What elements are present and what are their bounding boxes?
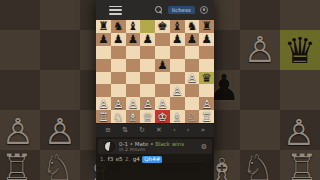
analysis-icon[interactable]: ↻ [139,124,145,137]
bg-piece-P: ♙ [244,32,276,68]
square-f1[interactable]: ♗ [170,110,185,123]
black-piece-n[interactable]: ♞ [113,20,123,32]
square-h7[interactable]: ♟ [199,33,214,46]
black-piece-r[interactable]: ♜ [98,20,108,32]
square-f4[interactable] [170,72,185,85]
square-f3[interactable]: ♙ [170,84,185,97]
gear-icon[interactable]: ⚙ [201,143,207,151]
square-c5[interactable] [126,59,141,72]
bg-square [0,0,40,30]
bg-piece-P: ♙ [2,114,34,150]
white-piece-K[interactable]: ♔ [157,111,167,123]
search-icon[interactable] [155,6,163,14]
square-a3[interactable] [96,84,111,97]
chess-board: ♜♞♝♚♝♞♜♟♟♟♟♟♟♟♟♙♛♙♙♙♙♙♙♙♖♘♗♕♔♗♘♖ [96,20,214,123]
square-g1[interactable]: ♘ [185,110,200,123]
black-piece-p[interactable]: ♟ [201,33,211,45]
app-badge[interactable]: lichess [168,6,195,14]
square-h5[interactable] [199,59,214,72]
square-b5[interactable] [111,59,126,72]
black-piece-p[interactable]: ♟ [187,33,197,45]
result-detail: in 2 moves [119,147,201,153]
square-e8[interactable]: ♚ [155,20,170,33]
app-top-bar: lichess [96,0,214,20]
square-c1[interactable]: ♗ [126,110,141,123]
white-piece-P[interactable]: ♙ [201,98,211,110]
square-g7[interactable]: ♟ [185,33,200,46]
app-lower-shadow [96,163,214,180]
white-piece-P[interactable]: ♙ [113,98,123,110]
square-g5[interactable] [185,59,200,72]
square-h8[interactable]: ♜ [199,20,214,33]
square-b4[interactable] [111,72,126,85]
square-e3[interactable] [155,84,170,97]
black-piece-b[interactable]: ♝ [128,20,138,32]
square-a7[interactable]: ♟ [96,33,111,46]
bg-square [240,0,280,30]
square-b6[interactable] [111,46,126,59]
square-a1[interactable]: ♖ [96,110,111,123]
white-piece-B[interactable]: ♗ [128,111,138,123]
close-icon[interactable]: ✕ [156,124,162,137]
square-h1[interactable]: ♖ [199,110,214,123]
square-b2[interactable]: ♙ [111,97,126,110]
square-e1[interactable]: ♔ [155,110,170,123]
flip-board-icon[interactable]: ⇅ [122,124,128,137]
chess-app-window: lichess ♜♞♝♚♝♞♜♟♟♟♟♟♟♟♟♙♛♙♙♙♙♙♙♙♖♘♗♕♔♗♘♖… [96,0,214,163]
white-piece-B[interactable]: ♗ [172,111,182,123]
white-piece-P[interactable]: ♙ [128,98,138,110]
square-a2[interactable]: ♙ [96,97,111,110]
square-e4[interactable] [155,72,170,85]
bg-square [240,70,280,110]
square-f2[interactable] [170,97,185,110]
white-piece-P[interactable]: ♙ [157,98,167,110]
square-e6[interactable] [155,46,170,59]
square-h6[interactable] [199,46,214,59]
white-piece-P[interactable]: ♙ [172,85,182,97]
square-g3[interactable] [185,84,200,97]
square-d4[interactable] [140,72,155,85]
bg-square [40,0,80,30]
square-c7[interactable]: ♟ [126,33,141,46]
bg-piece-R: ♖ [286,150,318,180]
bg-piece-P: ♙ [44,114,76,150]
move-current[interactable]: Qh4# [142,156,162,163]
square-b1[interactable]: ♘ [111,110,126,123]
white-piece-P[interactable]: ♙ [98,98,108,110]
square-b8[interactable]: ♞ [111,20,126,33]
nav-forward-icon[interactable]: › [187,124,190,137]
bg-piece-q: ♛ [284,33,316,69]
square-b7[interactable]: ♟ [111,33,126,46]
square-c4[interactable] [126,72,141,85]
white-piece-R[interactable]: ♖ [98,111,108,123]
result-panel: 0-1 • Mate • Black wins in 2 moves ⚙ [98,139,212,154]
square-h3[interactable] [199,84,214,97]
white-piece-Q[interactable]: ♕ [142,111,152,123]
bg-square [40,30,80,70]
square-e7[interactable] [155,33,170,46]
square-b3[interactable] [111,84,126,97]
black-piece-k[interactable]: ♚ [157,20,167,32]
square-f5[interactable] [170,59,185,72]
black-piece-p[interactable]: ♟ [98,33,108,45]
nav-back-icon[interactable]: ‹ [173,124,176,137]
menu-icon[interactable]: ≡ [105,124,111,137]
square-d3[interactable] [140,84,155,97]
square-a8[interactable]: ♜ [96,20,111,33]
white-piece-N[interactable]: ♘ [113,111,123,123]
nav-last-icon[interactable]: » [201,124,205,137]
black-piece-r[interactable]: ♜ [201,20,211,32]
black-piece-q[interactable]: ♛ [201,72,211,84]
bg-piece-N: ♘ [242,150,274,180]
bg-piece-P: ♙ [283,115,315,151]
black-piece-p[interactable]: ♟ [142,33,152,45]
black-piece-b[interactable]: ♝ [172,20,182,32]
square-c8[interactable]: ♝ [126,20,141,33]
move-number: 1. [100,156,105,163]
square-a6[interactable] [96,46,111,59]
bg-square [0,30,40,70]
square-a5[interactable] [96,59,111,72]
square-c3[interactable] [126,84,141,97]
bg-piece-N: ♘ [42,150,74,180]
menu-icon[interactable] [109,6,122,15]
move-number: 2. [125,156,130,163]
bg-square [0,70,40,110]
game-toolbar: ≡⇅↻✕‹›» [96,124,214,137]
square-d7[interactable]: ♟ [140,33,155,46]
white-piece-N[interactable]: ♘ [187,111,197,123]
move-san[interactable]: g4 [133,156,140,163]
profile-icon[interactable] [200,6,208,14]
bg-square [280,70,320,110]
square-e5[interactable]: ♟ [155,59,170,72]
square-f6[interactable] [170,46,185,59]
result-winner: Black wins [155,141,184,147]
square-a4[interactable] [96,72,111,85]
square-h2[interactable]: ♙ [199,97,214,110]
bg-square [40,70,80,110]
square-g8[interactable]: ♞ [185,20,200,33]
result-score: 0-1 [119,141,128,147]
move-list: 1.f3e52.g4Qh4# [100,155,212,163]
square-d2[interactable]: ♙ [140,97,155,110]
white-piece-R[interactable]: ♖ [201,111,211,123]
square-f8[interactable]: ♝ [170,20,185,33]
square-g4[interactable]: ♙ [185,72,200,85]
square-g2[interactable] [185,97,200,110]
square-e2[interactable]: ♙ [155,97,170,110]
square-d8[interactable] [140,20,155,33]
square-c2[interactable]: ♙ [126,97,141,110]
bg-piece-R: ♖ [1,150,33,180]
bg-square [240,110,280,150]
square-d5[interactable] [140,59,155,72]
black-piece-p[interactable]: ♟ [128,33,138,45]
square-d1[interactable]: ♕ [140,110,155,123]
bg-square [280,0,320,30]
black-piece-p[interactable]: ♟ [113,33,123,45]
square-g6[interactable] [185,46,200,59]
white-piece-P[interactable]: ♙ [187,72,197,84]
square-f7[interactable]: ♟ [170,33,185,46]
move-san[interactable]: e5 [116,156,123,163]
black-piece-p[interactable]: ♟ [157,59,167,71]
square-c6[interactable] [126,46,141,59]
square-d6[interactable] [140,46,155,59]
black-piece-p[interactable]: ♟ [172,33,182,45]
white-piece-P[interactable]: ♙ [142,98,152,110]
move-san[interactable]: f3 [108,156,113,163]
color-indicator-icon [104,141,115,152]
black-piece-n[interactable]: ♞ [187,20,197,32]
square-h4[interactable]: ♛ [199,72,214,85]
result-status: Mate [135,141,149,147]
video-frame: ♙♙♖♘♗♙♛♟♙♗♘♖ lichess ♜♞♝♚♝♞♜♟♟♟♟♟♟♟♟♙♛♙♙… [0,0,320,180]
